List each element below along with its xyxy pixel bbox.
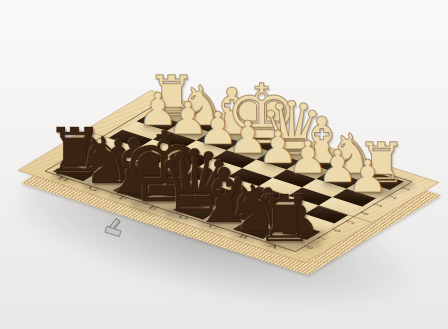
latch-base bbox=[104, 226, 121, 237]
product-photo-scene: HGFEDCBA 12345678 ♜♞♝♛♚♝♞♜♟♟♟♟♟♟♟♟♟♟♟♟♟♟… bbox=[0, 0, 448, 329]
piece-white-pawn: ♟ bbox=[347, 154, 388, 199]
piece-black-rook: ♜ bbox=[255, 187, 313, 251]
pieces-layer: ♜♞♝♛♚♝♞♜♟♟♟♟♟♟♟♟♟♟♟♟♟♟♟♟♜♞♝♛♚♝♞♜ bbox=[0, 0, 448, 329]
metal-latch bbox=[103, 218, 123, 236]
